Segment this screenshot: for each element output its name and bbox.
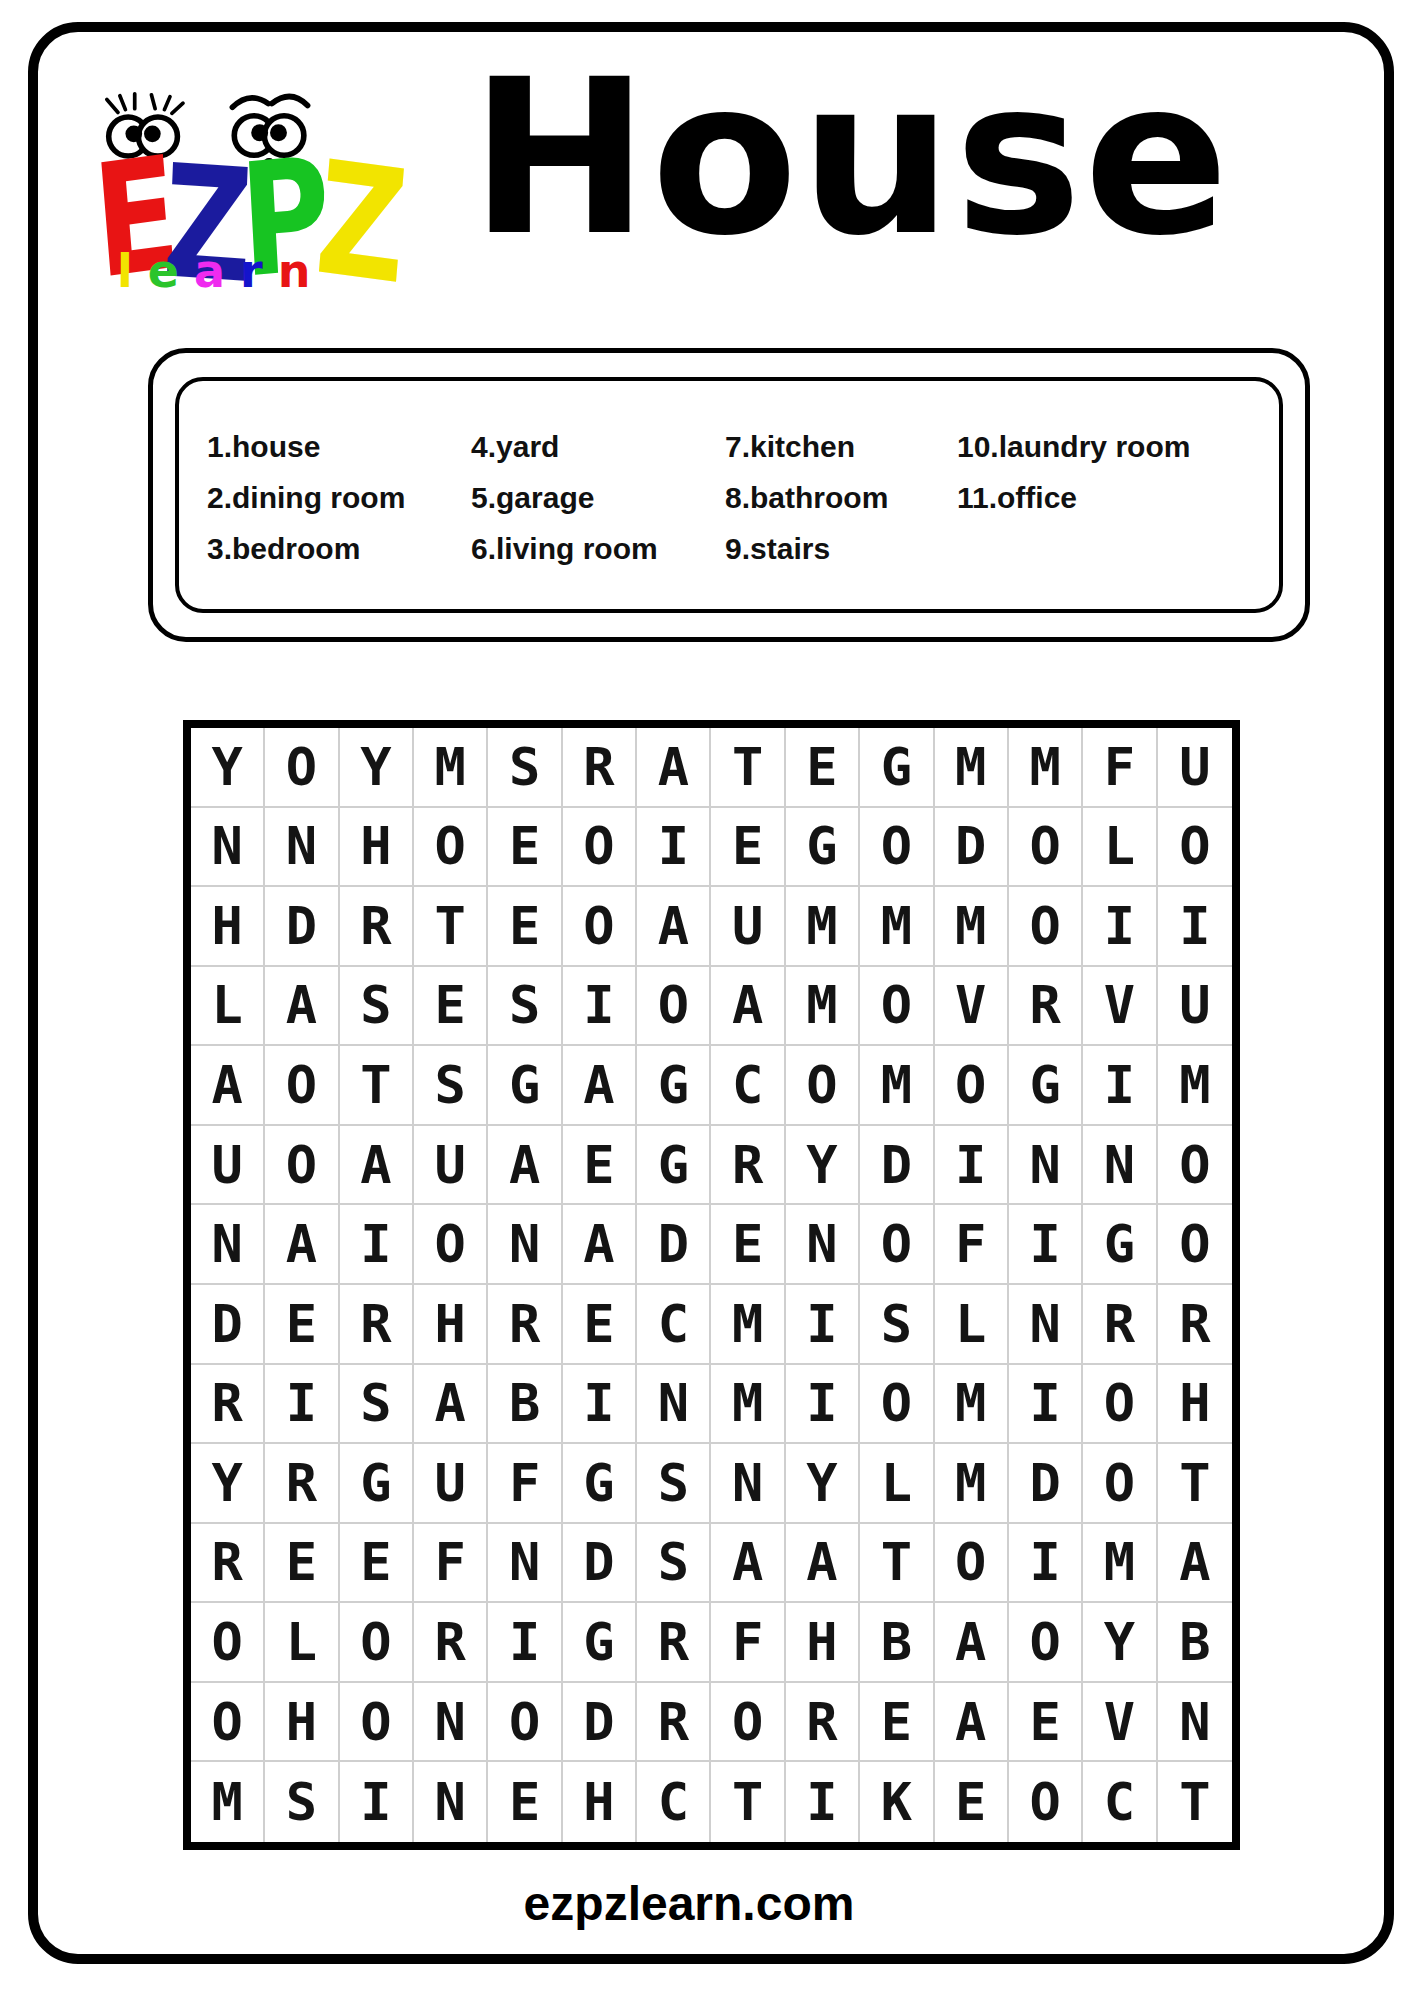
grid-cell: G (637, 1046, 711, 1126)
grid-cell: A (414, 1365, 488, 1445)
grid-cell: A (786, 1524, 860, 1604)
grid-cell: O (340, 1683, 414, 1763)
grid-cell: F (1083, 728, 1157, 808)
grid-cell: O (414, 808, 488, 888)
grid-cell: D (637, 1205, 711, 1285)
grid-cell: D (1009, 1444, 1083, 1524)
grid-cell: R (191, 1365, 265, 1445)
grid-cell: D (563, 1524, 637, 1604)
word-list-box-inner: 1.house2.dining room3.bedroom4.yard5.gar… (175, 377, 1283, 613)
grid-cell: R (1158, 1285, 1232, 1365)
grid-cell: S (340, 967, 414, 1047)
grid-cell: T (340, 1046, 414, 1126)
grid-cell: R (414, 1603, 488, 1683)
brand-letter: a (194, 248, 240, 294)
grid-cell: O (563, 808, 637, 888)
grid-cell: M (1009, 728, 1083, 808)
grid-cell: H (414, 1285, 488, 1365)
grid-cell: A (191, 1046, 265, 1126)
grid-cell: I (1009, 1365, 1083, 1445)
grid-cell: T (860, 1524, 934, 1604)
word-list-item: 8.bathroom (725, 472, 888, 523)
word-list-column: 10.laundry room11.office (957, 421, 1190, 523)
grid-cell: E (340, 1524, 414, 1604)
grid-cell: O (1158, 808, 1232, 888)
grid-cell: O (265, 728, 339, 808)
grid-cell: O (935, 1524, 1009, 1604)
grid-cell: Y (340, 728, 414, 808)
grid-cell: O (1158, 1205, 1232, 1285)
grid-cell: G (786, 808, 860, 888)
grid-cell: Y (191, 1444, 265, 1524)
grid-cell: I (1083, 887, 1157, 967)
grid-cell: E (488, 887, 562, 967)
grid-cell: M (711, 1365, 785, 1445)
grid-cell: O (1009, 1762, 1083, 1842)
grid-cell: R (1083, 1285, 1157, 1365)
grid-cell: M (711, 1285, 785, 1365)
grid-cell: I (1009, 1524, 1083, 1604)
grid-cell: S (265, 1762, 339, 1842)
grid-cell: N (637, 1365, 711, 1445)
grid-cell: A (265, 1205, 339, 1285)
grid-cell: E (860, 1683, 934, 1763)
grid-cell: B (1158, 1603, 1232, 1683)
grid-cell: O (860, 808, 934, 888)
grid-cell: L (1083, 808, 1157, 888)
grid-cell: O (711, 1683, 785, 1763)
grid-cell: I (340, 1205, 414, 1285)
grid-cell: N (414, 1762, 488, 1842)
grid-cell: G (860, 728, 934, 808)
brand-letter: r (240, 248, 278, 294)
grid-cell: R (637, 1603, 711, 1683)
grid-cell: M (935, 1365, 1009, 1445)
grid-cell: A (935, 1603, 1009, 1683)
grid-cell: M (935, 887, 1009, 967)
grid-cell: O (1009, 1603, 1083, 1683)
grid-cell: N (191, 1205, 265, 1285)
grid-cell: T (711, 728, 785, 808)
grid-cell: O (860, 967, 934, 1047)
word-list-column: 1.house2.dining room3.bedroom (207, 421, 405, 574)
grid-cell: E (488, 808, 562, 888)
grid-cell: H (340, 808, 414, 888)
ezpz-logo: EZPZ learn (95, 88, 405, 303)
grid-cell: E (935, 1762, 1009, 1842)
grid-cell: O (1009, 887, 1083, 967)
grid-cell: M (786, 967, 860, 1047)
grid-cell: R (191, 1524, 265, 1604)
grid-cell: E (265, 1524, 339, 1604)
word-search-grid: YOYMSRATEGMMFUNNHOEOIEGODOLOHDRTEOAUMMMO… (191, 728, 1232, 1842)
grid-cell: O (265, 1126, 339, 1206)
grid-cell: T (1158, 1444, 1232, 1524)
word-list-item: 6.living room (471, 523, 658, 574)
grid-cell: K (860, 1762, 934, 1842)
grid-cell: O (1083, 1444, 1157, 1524)
grid-cell: S (637, 1444, 711, 1524)
grid-cell: C (711, 1046, 785, 1126)
grid-cell: U (1158, 728, 1232, 808)
worksheet-page: EZPZ learn House 1.house2.dining room3.b… (0, 0, 1414, 2000)
grid-cell: Y (786, 1126, 860, 1206)
grid-cell: C (637, 1762, 711, 1842)
grid-cell: N (1009, 1285, 1083, 1365)
grid-cell: S (637, 1524, 711, 1604)
grid-cell: A (265, 967, 339, 1047)
grid-cell: O (935, 1046, 1009, 1126)
grid-cell: G (1009, 1046, 1083, 1126)
grid-cell: L (191, 967, 265, 1047)
grid-cell: A (340, 1126, 414, 1206)
grid-cell: G (563, 1444, 637, 1524)
grid-cell: D (935, 808, 1009, 888)
grid-cell: I (265, 1365, 339, 1445)
grid-cell: B (488, 1365, 562, 1445)
grid-cell: Y (786, 1444, 860, 1524)
grid-cell: H (191, 887, 265, 967)
word-list-item: 2.dining room (207, 472, 405, 523)
brand-learn: learn (117, 248, 325, 294)
page-title: House (470, 30, 1230, 287)
word-list-item: 4.yard (471, 421, 658, 472)
grid-cell: G (637, 1126, 711, 1206)
grid-cell: E (563, 1285, 637, 1365)
brand-letter: n (278, 248, 326, 294)
brand-letter: e (148, 248, 194, 294)
word-list-item: 7.kitchen (725, 421, 888, 472)
grid-cell: O (637, 967, 711, 1047)
grid-cell: I (1083, 1046, 1157, 1126)
grid-cell: I (488, 1603, 562, 1683)
grid-cell: H (563, 1762, 637, 1842)
grid-cell: U (414, 1126, 488, 1206)
word-search-grid-frame: YOYMSRATEGMMFUNNHOEOIEGODOLOHDRTEOAUMMMO… (183, 720, 1240, 1850)
grid-cell: O (191, 1683, 265, 1763)
grid-cell: S (860, 1285, 934, 1365)
grid-cell: M (860, 887, 934, 967)
grid-cell: D (265, 887, 339, 967)
grid-cell: A (637, 728, 711, 808)
grid-cell: O (1009, 808, 1083, 888)
grid-cell: L (860, 1444, 934, 1524)
grid-cell: S (488, 728, 562, 808)
grid-cell: M (860, 1046, 934, 1126)
grid-cell: O (563, 887, 637, 967)
word-list-item: 10.laundry room (957, 421, 1190, 472)
word-list-column: 4.yard5.garage6.living room (471, 421, 658, 574)
word-list-item: 11.office (957, 472, 1190, 523)
grid-cell: R (340, 1285, 414, 1365)
grid-cell: I (935, 1126, 1009, 1206)
grid-cell: I (563, 967, 637, 1047)
grid-cell: O (860, 1365, 934, 1445)
grid-cell: V (1083, 967, 1157, 1047)
grid-cell: R (786, 1683, 860, 1763)
grid-cell: N (488, 1205, 562, 1285)
grid-cell: E (1009, 1683, 1083, 1763)
grid-cell: A (563, 1046, 637, 1126)
grid-cell: U (711, 887, 785, 967)
grid-cell: L (265, 1603, 339, 1683)
grid-cell: S (340, 1365, 414, 1445)
grid-cell: R (265, 1444, 339, 1524)
grid-cell: E (265, 1285, 339, 1365)
grid-cell: E (786, 728, 860, 808)
grid-cell: M (786, 887, 860, 967)
grid-cell: C (1083, 1762, 1157, 1842)
grid-cell: M (414, 728, 488, 808)
grid-cell: O (1083, 1365, 1157, 1445)
grid-cell: O (414, 1205, 488, 1285)
grid-cell: E (488, 1762, 562, 1842)
grid-cell: I (786, 1762, 860, 1842)
grid-cell: A (488, 1126, 562, 1206)
grid-cell: I (637, 808, 711, 888)
grid-cell: C (637, 1285, 711, 1365)
grid-cell: D (860, 1126, 934, 1206)
grid-cell: N (414, 1683, 488, 1763)
grid-cell: O (860, 1205, 934, 1285)
grid-cell: O (340, 1603, 414, 1683)
grid-cell: E (563, 1126, 637, 1206)
grid-cell: O (786, 1046, 860, 1126)
grid-cell: N (1083, 1126, 1157, 1206)
grid-cell: I (1009, 1205, 1083, 1285)
grid-cell: B (860, 1603, 934, 1683)
brand-letter: Z (312, 140, 413, 307)
grid-cell: R (711, 1126, 785, 1206)
grid-cell: O (191, 1603, 265, 1683)
grid-cell: S (414, 1046, 488, 1126)
grid-cell: Y (1083, 1603, 1157, 1683)
grid-cell: N (191, 808, 265, 888)
grid-cell: G (563, 1603, 637, 1683)
grid-cell: O (265, 1046, 339, 1126)
grid-cell: M (935, 1444, 1009, 1524)
grid-cell: A (1158, 1524, 1232, 1604)
grid-cell: I (563, 1365, 637, 1445)
grid-cell: O (488, 1683, 562, 1763)
grid-cell: H (786, 1603, 860, 1683)
grid-cell: G (1083, 1205, 1157, 1285)
grid-cell: R (488, 1285, 562, 1365)
grid-cell: F (488, 1444, 562, 1524)
grid-cell: V (935, 967, 1009, 1047)
grid-cell: M (1083, 1524, 1157, 1604)
grid-cell: G (488, 1046, 562, 1126)
grid-cell: N (1158, 1683, 1232, 1763)
grid-cell: F (935, 1205, 1009, 1285)
grid-cell: F (414, 1524, 488, 1604)
grid-cell: R (563, 728, 637, 808)
grid-cell: R (340, 887, 414, 967)
word-list-item: 9.stairs (725, 523, 888, 574)
grid-cell: I (340, 1762, 414, 1842)
grid-cell: E (711, 1205, 785, 1285)
grid-cell: M (1158, 1046, 1232, 1126)
grid-cell: F (711, 1603, 785, 1683)
grid-cell: M (935, 728, 1009, 808)
footer-url: ezpzlearn.com (0, 1876, 1378, 1931)
grid-cell: N (786, 1205, 860, 1285)
grid-cell: S (488, 967, 562, 1047)
grid-cell: N (488, 1524, 562, 1604)
word-list-box: 1.house2.dining room3.bedroom4.yard5.gar… (148, 348, 1310, 642)
grid-cell: D (191, 1285, 265, 1365)
grid-cell: O (1158, 1126, 1232, 1206)
grid-cell: L (935, 1285, 1009, 1365)
grid-cell: I (786, 1365, 860, 1445)
grid-cell: T (414, 887, 488, 967)
grid-cell: N (1009, 1126, 1083, 1206)
grid-cell: A (637, 887, 711, 967)
grid-cell: U (1158, 967, 1232, 1047)
word-list-item: 3.bedroom (207, 523, 405, 574)
grid-cell: D (563, 1683, 637, 1763)
grid-cell: T (711, 1762, 785, 1842)
grid-cell: E (414, 967, 488, 1047)
grid-cell: N (711, 1444, 785, 1524)
word-list-column: 7.kitchen8.bathroom9.stairs (725, 421, 888, 574)
grid-cell: E (711, 808, 785, 888)
grid-cell: Y (191, 728, 265, 808)
grid-cell: M (191, 1762, 265, 1842)
grid-cell: U (191, 1126, 265, 1206)
word-list: 1.house2.dining room3.bedroom4.yard5.gar… (179, 381, 1279, 609)
grid-cell: T (1158, 1762, 1232, 1842)
grid-cell: G (340, 1444, 414, 1524)
grid-cell: R (1009, 967, 1083, 1047)
brand-letter: l (117, 248, 148, 294)
grid-cell: V (1083, 1683, 1157, 1763)
grid-cell: A (563, 1205, 637, 1285)
word-list-item: 5.garage (471, 472, 658, 523)
grid-cell: N (265, 808, 339, 888)
grid-cell: H (1158, 1365, 1232, 1445)
grid-cell: U (414, 1444, 488, 1524)
word-list-item: 1.house (207, 421, 405, 472)
grid-cell: H (265, 1683, 339, 1763)
grid-cell: I (786, 1285, 860, 1365)
grid-cell: A (935, 1683, 1009, 1763)
grid-cell: A (711, 1524, 785, 1604)
grid-cell: I (1158, 887, 1232, 967)
grid-cell: A (711, 967, 785, 1047)
grid-cell: R (637, 1683, 711, 1763)
